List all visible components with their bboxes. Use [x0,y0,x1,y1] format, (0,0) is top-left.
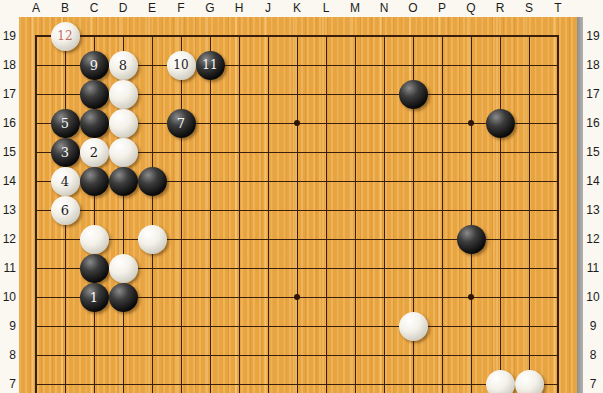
grid-line-col-Q [471,35,472,393]
row-label-right-11: 11 [583,260,603,276]
grid-line-col-E [152,35,153,393]
row-label-left-12: 12 [0,231,16,247]
row-label-left-17: 17 [0,86,16,102]
star-point-Q16 [468,120,474,126]
move-number: 1 [90,283,98,312]
grid-line-col-G [210,35,211,393]
stone-white-R7[interactable] [486,370,515,393]
stone-white-C12[interactable] [80,225,109,254]
col-label-B: B [61,1,69,16]
stone-black-R16[interactable] [486,109,515,138]
stone-white-F18[interactable]: 10 [167,51,196,80]
move-number: 6 [61,196,69,225]
row-label-right-7: 7 [583,376,603,392]
row-label-right-12: 12 [583,231,603,247]
grid-line-col-J [268,35,269,393]
move-number: 12 [57,22,72,51]
col-label-R: R [496,1,505,16]
grid-line-col-T [557,35,559,393]
stone-black-D10[interactable] [109,283,138,312]
stone-black-C10[interactable]: 1 [80,283,109,312]
row-label-right-18: 18 [583,57,603,73]
col-label-S: S [525,1,533,16]
col-label-K: K [293,1,301,16]
stone-black-D14[interactable] [109,167,138,196]
move-number: 5 [61,109,69,138]
row-label-left-13: 13 [0,202,16,218]
move-number: 10 [173,51,188,80]
grid-line-col-P [442,35,443,393]
move-number: 9 [90,51,98,80]
stone-white-O9[interactable] [399,312,428,341]
col-label-J: J [265,1,271,16]
stone-black-B15[interactable]: 3 [51,138,80,167]
col-label-A: A [32,1,40,16]
stone-white-C15[interactable]: 2 [80,138,109,167]
grid-line-col-S [529,35,530,393]
col-label-C: C [90,1,99,16]
stone-white-D16[interactable] [109,109,138,138]
row-label-right-19: 19 [583,28,603,44]
row-label-left-18: 18 [0,57,16,73]
col-label-F: F [177,1,184,16]
row-label-right-15: 15 [583,144,603,160]
col-label-T: T [554,1,561,16]
row-label-right-10: 10 [583,289,603,305]
stone-white-B13[interactable]: 6 [51,196,80,225]
row-label-left-9: 9 [0,318,16,334]
row-label-left-11: 11 [0,260,16,276]
col-label-E: E [148,1,156,16]
move-number: 4 [61,167,69,196]
move-number: 7 [177,109,185,138]
stone-white-D11[interactable] [109,254,138,283]
star-point-K16 [294,120,300,126]
stone-white-B14[interactable]: 4 [51,167,80,196]
row-label-left-7: 7 [0,376,16,392]
col-label-D: D [119,1,128,16]
row-label-left-10: 10 [0,289,16,305]
stone-black-O17[interactable] [399,80,428,109]
stone-white-D17[interactable] [109,80,138,109]
stone-white-D18[interactable]: 8 [109,51,138,80]
stone-white-E12[interactable] [138,225,167,254]
row-label-right-14: 14 [583,173,603,189]
stone-black-C16[interactable] [80,109,109,138]
col-label-P: P [438,1,446,16]
grid-line-col-K [297,35,298,393]
stone-black-B16[interactable]: 5 [51,109,80,138]
move-number: 11 [202,51,217,80]
col-label-O: O [408,1,417,16]
row-label-left-15: 15 [0,144,16,160]
go-board[interactable]: 129810115732461 [19,17,577,393]
move-number: 2 [90,138,98,167]
col-label-H: H [235,1,244,16]
grid-line-col-N [384,35,385,393]
stone-black-C17[interactable] [80,80,109,109]
grid-line-col-M [355,35,356,393]
row-label-left-8: 8 [0,347,16,363]
grid-line-col-F [181,35,182,393]
move-number: 8 [119,51,127,80]
go-diagram-screen: 129810115732461 ABCDEFGHJKLMNOPQRST 1919… [0,0,603,393]
star-point-K10 [294,294,300,300]
move-number: 3 [61,138,69,167]
star-point-Q10 [468,294,474,300]
stone-white-D15[interactable] [109,138,138,167]
col-label-L: L [323,1,330,16]
stone-white-S7[interactable] [515,370,544,393]
stone-black-E14[interactable] [138,167,167,196]
stone-white-B19[interactable]: 12 [51,22,80,51]
grid-line-col-L [326,35,327,393]
grid-line-col-A [35,35,37,393]
stone-black-C18[interactable]: 9 [80,51,109,80]
col-label-G: G [205,1,214,16]
stone-black-Q12[interactable] [457,225,486,254]
stone-black-G18[interactable]: 11 [196,51,225,80]
row-label-right-9: 9 [583,318,603,334]
stone-black-C14[interactable] [80,167,109,196]
row-label-left-19: 19 [0,28,16,44]
row-label-right-8: 8 [583,347,603,363]
grid-line-col-R [500,35,501,393]
col-label-N: N [380,1,389,16]
stone-black-F16[interactable]: 7 [167,109,196,138]
row-label-left-16: 16 [0,115,16,131]
stone-black-C11[interactable] [80,254,109,283]
grid-line-col-H [239,35,240,393]
row-label-right-16: 16 [583,115,603,131]
row-label-left-14: 14 [0,173,16,189]
row-label-right-17: 17 [583,86,603,102]
col-label-M: M [350,1,360,16]
col-label-Q: Q [466,1,475,16]
row-label-right-13: 13 [583,202,603,218]
